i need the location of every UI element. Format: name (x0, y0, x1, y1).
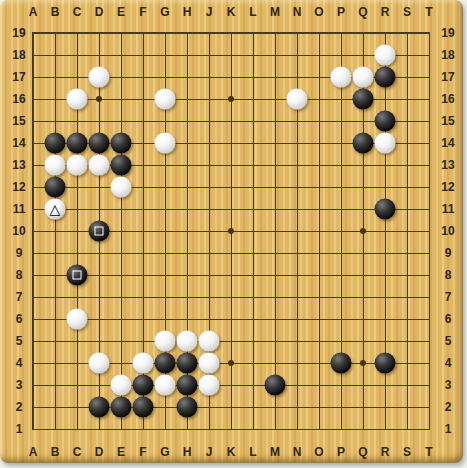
col-label-bottom-Q: Q (358, 446, 367, 458)
go-board-panel: AABBCCDDEEFFGGHHJJKKLLMMNNOOPPQQRRSSTT19… (0, 0, 463, 463)
stone-black-H2 (177, 397, 198, 418)
stone-black-R15 (375, 111, 396, 132)
row-label-right-4: 4 (445, 357, 452, 369)
col-label-bottom-B: B (51, 446, 60, 458)
stone-black-C8 (67, 265, 88, 286)
stone-white-D4 (89, 353, 110, 374)
stone-black-D10 (89, 221, 110, 242)
stone-black-F2 (133, 397, 154, 418)
row-label-right-2: 2 (445, 401, 452, 413)
col-label-top-B: B (51, 6, 60, 18)
col-label-bottom-L: L (249, 446, 256, 458)
col-label-bottom-H: H (183, 446, 192, 458)
square-marker (73, 271, 82, 280)
col-label-top-D: D (95, 6, 104, 18)
col-label-bottom-K: K (227, 446, 236, 458)
stone-black-B12 (45, 177, 66, 198)
stone-white-H5 (177, 331, 198, 352)
row-label-left-1: 1 (16, 423, 23, 435)
stone-white-C13 (67, 155, 88, 176)
stone-white-G5 (155, 331, 176, 352)
row-label-left-4: 4 (16, 357, 23, 369)
stone-black-R4 (375, 353, 396, 374)
stone-black-Q16 (353, 89, 374, 110)
row-label-left-2: 2 (16, 401, 23, 413)
star-point-Q10 (360, 228, 366, 234)
stone-white-G14 (155, 133, 176, 154)
stone-white-D13 (89, 155, 110, 176)
stone-white-D17 (89, 67, 110, 88)
row-label-right-13: 13 (441, 159, 454, 171)
stone-white-G16 (155, 89, 176, 110)
col-label-top-H: H (183, 6, 192, 18)
row-label-left-12: 12 (12, 181, 25, 193)
col-label-bottom-N: N (293, 446, 302, 458)
col-label-top-S: S (403, 6, 411, 18)
stone-black-E2 (111, 397, 132, 418)
stone-black-C14 (67, 133, 88, 154)
screenshot-root: { "game": "go", "board": { "size": 19, "… (0, 0, 467, 468)
stone-black-B14 (45, 133, 66, 154)
row-label-left-18: 18 (12, 49, 25, 61)
col-label-bottom-T: T (425, 446, 432, 458)
row-label-left-3: 3 (16, 379, 23, 391)
row-label-right-18: 18 (441, 49, 454, 61)
stone-black-M3 (265, 375, 286, 396)
stone-black-H3 (177, 375, 198, 396)
triangle-marker: △ (50, 202, 61, 216)
stone-black-E14 (111, 133, 132, 154)
stone-white-B13 (45, 155, 66, 176)
col-label-top-A: A (29, 6, 38, 18)
row-label-right-15: 15 (441, 115, 454, 127)
col-label-bottom-S: S (403, 446, 411, 458)
col-label-top-F: F (139, 6, 146, 18)
col-label-top-R: R (381, 6, 390, 18)
row-label-right-5: 5 (445, 335, 452, 347)
row-label-left-7: 7 (16, 291, 23, 303)
stone-black-Q14 (353, 133, 374, 154)
stone-white-P17 (331, 67, 352, 88)
col-label-top-T: T (425, 6, 432, 18)
stone-white-J5 (199, 331, 220, 352)
stone-white-E12 (111, 177, 132, 198)
row-label-right-11: 11 (442, 203, 455, 215)
stone-white-Q17 (353, 67, 374, 88)
stone-white-E3 (111, 375, 132, 396)
col-label-top-N: N (293, 6, 302, 18)
row-label-left-8: 8 (16, 269, 23, 281)
stone-white-F4 (133, 353, 154, 374)
col-label-bottom-O: O (314, 446, 323, 458)
col-label-bottom-G: G (160, 446, 169, 458)
row-label-left-17: 17 (12, 71, 25, 83)
star-point-Q4 (360, 360, 366, 366)
stone-white-R18 (375, 45, 396, 66)
col-label-bottom-R: R (381, 446, 390, 458)
square-marker (95, 227, 104, 236)
col-label-bottom-P: P (337, 446, 345, 458)
row-label-left-14: 14 (12, 137, 25, 149)
col-label-top-C: C (73, 6, 82, 18)
col-label-top-E: E (117, 6, 125, 18)
row-label-right-19: 19 (441, 27, 454, 39)
col-label-top-M: M (270, 6, 280, 18)
row-label-right-16: 16 (441, 93, 454, 105)
col-label-top-G: G (160, 6, 169, 18)
star-point-K4 (228, 360, 234, 366)
row-label-right-6: 6 (445, 313, 452, 325)
row-label-right-17: 17 (441, 71, 454, 83)
row-label-right-7: 7 (445, 291, 452, 303)
row-label-right-12: 12 (441, 181, 454, 193)
stone-white-G3 (155, 375, 176, 396)
row-label-left-19: 19 (12, 27, 25, 39)
row-label-right-10: 10 (441, 225, 454, 237)
stone-white-J3 (199, 375, 220, 396)
row-label-right-8: 8 (445, 269, 452, 281)
row-label-left-5: 5 (16, 335, 23, 347)
stone-white-R14 (375, 133, 396, 154)
row-label-left-9: 9 (16, 247, 23, 259)
star-point-K10 (228, 228, 234, 234)
col-label-top-O: O (314, 6, 323, 18)
col-label-bottom-D: D (95, 446, 104, 458)
stone-black-R17 (375, 67, 396, 88)
col-label-bottom-F: F (139, 446, 146, 458)
stone-black-F3 (133, 375, 154, 396)
row-label-right-14: 14 (441, 137, 454, 149)
col-label-top-J: J (206, 6, 213, 18)
stone-black-G4 (155, 353, 176, 374)
col-label-bottom-J: J (206, 446, 213, 458)
col-label-top-K: K (227, 6, 236, 18)
stone-white-J4 (199, 353, 220, 374)
stone-white-C6 (67, 309, 88, 330)
col-label-bottom-A: A (29, 446, 38, 458)
row-label-left-6: 6 (16, 313, 23, 325)
stone-black-R11 (375, 199, 396, 220)
row-label-left-10: 10 (12, 225, 25, 237)
row-label-right-1: 1 (445, 423, 452, 435)
stone-white-B11: △ (45, 199, 66, 220)
col-label-top-P: P (337, 6, 345, 18)
row-label-right-3: 3 (445, 379, 452, 391)
row-label-right-9: 9 (445, 247, 452, 259)
row-label-left-15: 15 (12, 115, 25, 127)
col-label-top-Q: Q (358, 6, 367, 18)
row-label-left-13: 13 (12, 159, 25, 171)
stone-black-D14 (89, 133, 110, 154)
col-label-bottom-M: M (270, 446, 280, 458)
stone-white-C16 (67, 89, 88, 110)
row-label-left-11: 11 (13, 203, 26, 215)
col-label-bottom-E: E (117, 446, 125, 458)
star-point-D16 (96, 96, 102, 102)
row-label-left-16: 16 (12, 93, 25, 105)
col-label-top-L: L (249, 6, 256, 18)
star-point-K16 (228, 96, 234, 102)
stone-black-P4 (331, 353, 352, 374)
stone-black-D2 (89, 397, 110, 418)
stone-white-N16 (287, 89, 308, 110)
stone-black-E13 (111, 155, 132, 176)
col-label-bottom-C: C (73, 446, 82, 458)
stone-black-H4 (177, 353, 198, 374)
